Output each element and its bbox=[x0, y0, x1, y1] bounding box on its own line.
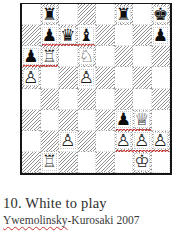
white-pawn-c2: ♙ bbox=[60, 132, 75, 149]
player-name-rest: -Kurosaki 2007 bbox=[68, 214, 140, 226]
square-d1 bbox=[78, 152, 97, 173]
players-line: Ywemolinsky-Kurosaki 2007 bbox=[3, 214, 139, 227]
square-d6: ♘ bbox=[78, 46, 97, 67]
square-a3 bbox=[22, 110, 41, 131]
square-g1: ♔ bbox=[133, 152, 152, 173]
spellcheck-squiggle bbox=[23, 64, 58, 67]
square-c2: ♙ bbox=[59, 131, 78, 152]
square-h4 bbox=[152, 89, 171, 110]
square-b3 bbox=[41, 110, 60, 131]
square-d8 bbox=[78, 4, 97, 25]
square-a1 bbox=[22, 152, 41, 173]
puzzle-title: 10. White to play bbox=[3, 196, 139, 211]
square-g4 bbox=[133, 89, 152, 110]
square-f7 bbox=[115, 25, 134, 46]
square-a7 bbox=[22, 25, 41, 46]
square-g5 bbox=[133, 67, 152, 88]
white-pawn-f2: ♙ bbox=[116, 132, 131, 149]
square-b8: ♜ bbox=[41, 4, 60, 25]
square-g7 bbox=[133, 25, 152, 46]
square-g6 bbox=[133, 46, 152, 67]
spellcheck-squiggle bbox=[42, 43, 96, 46]
square-e8 bbox=[96, 4, 115, 25]
white-rook-b6: ♖ bbox=[42, 48, 57, 65]
square-h1 bbox=[152, 152, 171, 173]
black-pawn-a6: ♟ bbox=[23, 48, 38, 65]
square-c8 bbox=[59, 4, 78, 25]
square-h3 bbox=[152, 110, 171, 131]
white-pawn-a5: ♙ bbox=[23, 69, 38, 86]
square-a8 bbox=[22, 4, 41, 25]
spellcheck-squiggle bbox=[116, 149, 170, 152]
white-pawn-h2: ♙ bbox=[153, 132, 168, 149]
square-e1 bbox=[96, 152, 115, 173]
square-b5 bbox=[41, 67, 60, 88]
square-b2 bbox=[41, 131, 60, 152]
black-rook-f8: ♜ bbox=[116, 6, 131, 23]
square-f1 bbox=[115, 152, 134, 173]
white-pawn-d5: ♙ bbox=[79, 69, 94, 86]
square-h5 bbox=[152, 67, 171, 88]
square-a2 bbox=[22, 131, 41, 152]
square-f6 bbox=[115, 46, 134, 67]
spellcheck-squiggle bbox=[116, 128, 151, 131]
square-d4 bbox=[78, 89, 97, 110]
square-h7: ♟ bbox=[152, 25, 171, 46]
white-king-g1: ♔ bbox=[134, 153, 149, 170]
white-knight-d6: ♘ bbox=[79, 48, 94, 65]
black-pawn-f3: ♟ bbox=[116, 111, 131, 128]
square-h6 bbox=[152, 46, 171, 67]
square-e7 bbox=[96, 25, 115, 46]
square-e4 bbox=[96, 89, 115, 110]
black-rook-b8: ♜ bbox=[42, 6, 57, 23]
square-e6 bbox=[96, 46, 115, 67]
square-a5: ♙ bbox=[22, 67, 41, 88]
square-c4 bbox=[59, 89, 78, 110]
square-d2 bbox=[78, 131, 97, 152]
square-g8 bbox=[133, 4, 152, 25]
square-d5: ♙ bbox=[78, 67, 97, 88]
white-rook-b1: ♖ bbox=[42, 153, 57, 170]
square-a4 bbox=[22, 89, 41, 110]
black-pawn-b7: ♟ bbox=[42, 27, 57, 44]
square-f8: ♜ bbox=[115, 4, 134, 25]
square-d3 bbox=[78, 110, 97, 131]
square-c3 bbox=[59, 110, 78, 131]
white-pawn-g2: ♙ bbox=[134, 132, 149, 149]
black-pawn-h7: ♟ bbox=[153, 27, 168, 44]
black-king-h8: ♚ bbox=[153, 6, 168, 23]
square-f5 bbox=[115, 67, 134, 88]
square-b4 bbox=[41, 89, 60, 110]
square-e3 bbox=[96, 110, 115, 131]
square-c6 bbox=[59, 46, 78, 67]
square-c1 bbox=[59, 152, 78, 173]
square-e2 bbox=[96, 131, 115, 152]
document-page: ♜♜♚♟♛♝♟♟♖♘♙♙♟♕♙♙♙♙♖♔ 10. White to play Y… bbox=[0, 0, 179, 234]
square-b1: ♖ bbox=[41, 152, 60, 173]
black-queen-c7: ♛ bbox=[60, 27, 75, 44]
square-c5 bbox=[59, 67, 78, 88]
square-f4 bbox=[115, 89, 134, 110]
black-bishop-d7: ♝ bbox=[79, 27, 94, 44]
square-h8: ♚ bbox=[152, 4, 171, 25]
diagram-caption: 10. White to play Ywemolinsky-Kurosaki 2… bbox=[3, 196, 139, 227]
white-queen-g3: ♕ bbox=[134, 111, 149, 128]
square-e5 bbox=[96, 67, 115, 88]
player-name-misspelled: Ywemolinsky bbox=[3, 214, 68, 226]
